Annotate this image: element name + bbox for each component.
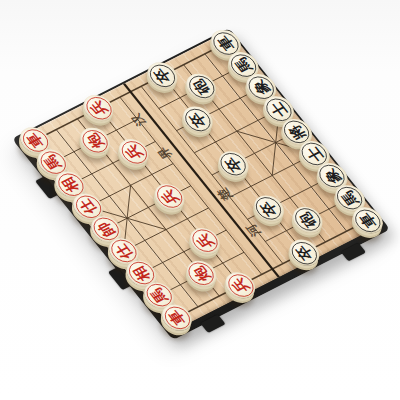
xiangqi-board: 汉界 楚河 車馬相仕帥仕相馬車炮炮兵兵兵兵兵卒卒卒卒卒砲砲車馬象士將士象馬車 (12, 28, 391, 340)
pieces-layer: 車馬相仕帥仕相馬車炮炮兵兵兵兵兵卒卒卒卒卒砲砲車馬象士將士象馬車 (19, 30, 384, 331)
piece-red-soldier[interactable]: 兵 (149, 179, 191, 214)
piece-red-soldier[interactable]: 兵 (184, 223, 226, 258)
piece-red-soldier[interactable]: 兵 (78, 90, 120, 125)
piece-black-cannon[interactable]: 砲 (180, 69, 222, 104)
piece-black-soldier[interactable]: 卒 (283, 235, 325, 270)
hinge-tab (200, 314, 225, 333)
board-surface: 汉界 楚河 車馬相仕帥仕相馬車炮炮兵兵兵兵兵卒卒卒卒卒砲砲車馬象士將士象馬車 (19, 30, 384, 331)
piece-red-cannon[interactable]: 炮 (74, 123, 116, 158)
product-photo-scene: 汉界 楚河 車馬相仕帥仕相馬車炮炮兵兵兵兵兵卒卒卒卒卒砲砲車馬象士將士象馬車 (0, 0, 400, 400)
piece-black-soldier[interactable]: 卒 (248, 191, 290, 226)
piece-red-cannon[interactable]: 炮 (181, 256, 223, 291)
piece-black-soldier[interactable]: 卒 (141, 58, 183, 93)
piece-black-soldier[interactable]: 卒 (177, 102, 219, 137)
piece-black-cannon[interactable]: 砲 (287, 202, 329, 237)
piece-red-soldier[interactable]: 兵 (220, 268, 262, 303)
hinge-tab (341, 243, 366, 262)
piece-black-soldier[interactable]: 卒 (212, 147, 254, 182)
piece-red-soldier[interactable]: 兵 (113, 135, 155, 170)
